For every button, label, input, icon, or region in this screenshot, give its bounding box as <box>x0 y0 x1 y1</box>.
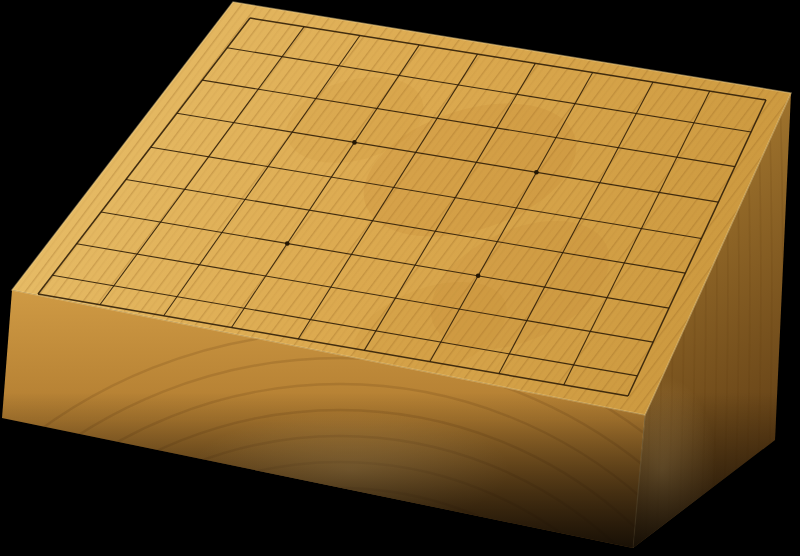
star-point-dot <box>285 241 290 246</box>
star-point-dot <box>352 140 357 145</box>
wood-grain-arc <box>40 540 640 556</box>
star-point-dot <box>476 274 481 279</box>
star-point-dot <box>534 170 539 175</box>
wood-grain-streak <box>788 88 794 556</box>
shogi-board-photo <box>0 0 800 556</box>
photo-stage <box>0 0 800 556</box>
